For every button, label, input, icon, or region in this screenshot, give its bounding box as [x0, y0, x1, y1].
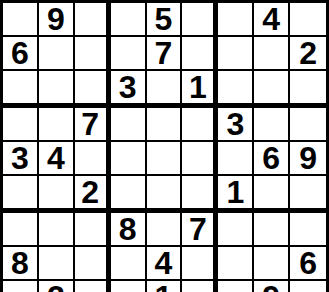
cell-r5c5[interactable]: [147, 142, 183, 176]
cell-r8c4[interactable]: [111, 247, 147, 281]
cell-r2c4[interactable]: [111, 37, 147, 71]
cell-r2c1[interactable]: 6: [3, 37, 39, 71]
cell-r6c1[interactable]: [3, 176, 39, 213]
cell-r6c6[interactable]: [182, 176, 218, 213]
cell-r8c2[interactable]: [39, 247, 75, 281]
cell-r3c4[interactable]: 3: [111, 71, 147, 108]
cell-r8c6[interactable]: [182, 247, 218, 281]
cell-r9c7[interactable]: [218, 281, 254, 292]
cell-r4c3[interactable]: 7: [75, 108, 111, 142]
cell-r8c9[interactable]: 6: [290, 247, 326, 281]
cell-r5c4[interactable]: [111, 142, 147, 176]
cell-r6c4[interactable]: [111, 176, 147, 213]
cell-r4c4[interactable]: [111, 108, 147, 142]
cell-r5c2[interactable]: 4: [39, 142, 75, 176]
cell-r5c6[interactable]: [182, 142, 218, 176]
cell-r6c7[interactable]: 1: [218, 176, 254, 213]
cell-r2c6[interactable]: [182, 37, 218, 71]
cell-r3c9[interactable]: [290, 71, 326, 108]
cell-r6c3[interactable]: 2: [75, 176, 111, 213]
cell-r7c5[interactable]: [147, 213, 183, 247]
cell-r5c7[interactable]: [218, 142, 254, 176]
cell-r7c4[interactable]: 8: [111, 213, 147, 247]
cell-r2c3[interactable]: [75, 37, 111, 71]
cell-r2c7[interactable]: [218, 37, 254, 71]
cell-r5c8[interactable]: 6: [254, 142, 290, 176]
cell-r4c5[interactable]: [147, 108, 183, 142]
cell-r3c1[interactable]: [3, 71, 39, 108]
cell-r9c3[interactable]: [75, 281, 111, 292]
cell-r1c9[interactable]: [290, 3, 326, 37]
cell-r1c5[interactable]: 5: [147, 3, 183, 37]
cell-r2c8[interactable]: [254, 37, 290, 71]
cell-r1c2[interactable]: 9: [39, 3, 75, 37]
cell-r6c8[interactable]: [254, 176, 290, 213]
cell-r3c2[interactable]: [39, 71, 75, 108]
cell-r5c9[interactable]: 9: [290, 142, 326, 176]
cell-r7c8[interactable]: [254, 213, 290, 247]
cell-r7c3[interactable]: [75, 213, 111, 247]
cell-r1c8[interactable]: 4: [254, 3, 290, 37]
cell-r5c3[interactable]: [75, 142, 111, 176]
cell-r4c9[interactable]: [290, 108, 326, 142]
cell-r8c8[interactable]: [254, 247, 290, 281]
cell-r1c3[interactable]: [75, 3, 111, 37]
cell-r8c1[interactable]: 8: [3, 247, 39, 281]
cell-r8c7[interactable]: [218, 247, 254, 281]
cell-r9c2[interactable]: 2: [39, 281, 75, 292]
cell-r9c8[interactable]: 9: [254, 281, 290, 292]
cell-r3c5[interactable]: [147, 71, 183, 108]
cell-r7c6[interactable]: 7: [182, 213, 218, 247]
cell-r6c2[interactable]: [39, 176, 75, 213]
cell-r7c2[interactable]: [39, 213, 75, 247]
cell-r1c6[interactable]: [182, 3, 218, 37]
cell-r4c6[interactable]: [182, 108, 218, 142]
cell-r4c7[interactable]: 3: [218, 108, 254, 142]
cell-r3c8[interactable]: [254, 71, 290, 108]
cell-r1c1[interactable]: [3, 3, 39, 37]
cell-r7c1[interactable]: [3, 213, 39, 247]
cell-r5c1[interactable]: 3: [3, 142, 39, 176]
cell-r4c2[interactable]: [39, 108, 75, 142]
cell-r3c7[interactable]: [218, 71, 254, 108]
cell-r8c5[interactable]: 4: [147, 247, 183, 281]
cell-r6c5[interactable]: [147, 176, 183, 213]
cell-r2c9[interactable]: 2: [290, 37, 326, 71]
cell-r9c9[interactable]: [290, 281, 326, 292]
cell-r4c1[interactable]: [3, 108, 39, 142]
cell-r9c6[interactable]: [182, 281, 218, 292]
sudoku-board: 954672317334692187846219: [0, 0, 329, 292]
cell-r8c3[interactable]: [75, 247, 111, 281]
cell-r9c1[interactable]: [3, 281, 39, 292]
cell-r1c4[interactable]: [111, 3, 147, 37]
cell-r7c7[interactable]: [218, 213, 254, 247]
cell-r9c4[interactable]: [111, 281, 147, 292]
cell-r3c3[interactable]: [75, 71, 111, 108]
cell-r2c2[interactable]: [39, 37, 75, 71]
cell-r1c7[interactable]: [218, 3, 254, 37]
cell-r6c9[interactable]: [290, 176, 326, 213]
cell-r9c5[interactable]: 1: [147, 281, 183, 292]
cell-r2c5[interactable]: 7: [147, 37, 183, 71]
cell-r4c8[interactable]: [254, 108, 290, 142]
cell-r3c6[interactable]: 1: [182, 71, 218, 108]
cell-r7c9[interactable]: [290, 213, 326, 247]
